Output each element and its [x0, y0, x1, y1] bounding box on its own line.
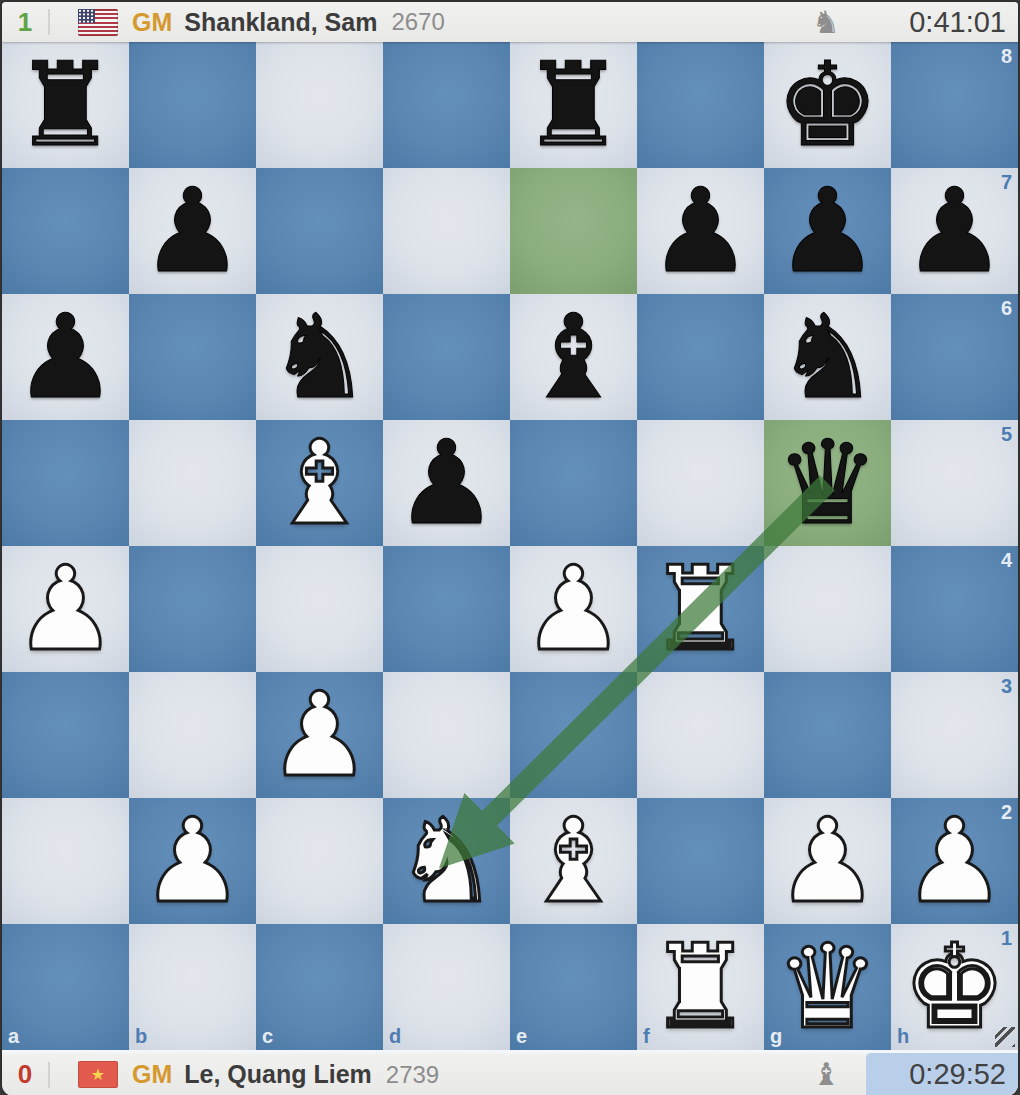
square-f4[interactable]: ♜: [637, 546, 764, 672]
bottom-player-title: GM: [132, 1060, 172, 1089]
square-h7[interactable]: 7♟: [891, 168, 1018, 294]
square-g3[interactable]: [764, 672, 891, 798]
square-g7[interactable]: ♟: [764, 168, 891, 294]
square-b4[interactable]: [129, 546, 256, 672]
square-c8[interactable]: [256, 42, 383, 168]
white-knight[interactable]: ♞: [383, 798, 510, 924]
bottom-player-clock: 0:29:52: [866, 1053, 1018, 1095]
square-g8[interactable]: ♚: [764, 42, 891, 168]
file-label-a: a: [8, 1026, 19, 1046]
black-king[interactable]: ♚: [764, 42, 891, 168]
separator: [48, 1062, 50, 1088]
square-h5[interactable]: 5: [891, 420, 1018, 546]
square-c4[interactable]: [256, 546, 383, 672]
black-pawn[interactable]: ♟: [383, 420, 510, 546]
chess-broadcast-widget: 1 GM Shankland, Sam 2670 ♞ 0:41:01 ♜♜♚8♟…: [2, 2, 1018, 1095]
white-pawn[interactable]: ♟: [891, 798, 1018, 924]
white-rook[interactable]: ♜: [637, 546, 764, 672]
square-e4[interactable]: ♟: [510, 546, 637, 672]
square-e2[interactable]: ♝: [510, 798, 637, 924]
square-e6[interactable]: ♝: [510, 294, 637, 420]
square-h6[interactable]: 6: [891, 294, 1018, 420]
file-label-e: e: [516, 1026, 527, 1046]
rank-label-3: 3: [1001, 676, 1012, 696]
black-pawn[interactable]: ♟: [129, 168, 256, 294]
white-bishop[interactable]: ♝: [256, 420, 383, 546]
square-b8[interactable]: [129, 42, 256, 168]
square-b3[interactable]: [129, 672, 256, 798]
black-pawn[interactable]: ♟: [2, 294, 129, 420]
rank-label-5: 5: [1001, 424, 1012, 444]
black-rook[interactable]: ♜: [510, 42, 637, 168]
chess-board[interactable]: ♜♜♚8♟♟♟7♟♟♞♝♞6♝♟♛5♟♟♜4♟3♟♞♝♟2♟abcdef♜g♛1…: [2, 42, 1018, 1050]
square-e8[interactable]: ♜: [510, 42, 637, 168]
square-a7[interactable]: [2, 168, 129, 294]
square-g1[interactable]: g♛: [764, 924, 891, 1050]
square-e7[interactable]: [510, 168, 637, 294]
black-bishop[interactable]: ♝: [510, 294, 637, 420]
top-player-bar: 1 GM Shankland, Sam 2670 ♞ 0:41:01: [2, 2, 1018, 42]
square-d5[interactable]: ♟: [383, 420, 510, 546]
square-g4[interactable]: [764, 546, 891, 672]
white-pawn[interactable]: ♟: [2, 546, 129, 672]
square-d4[interactable]: [383, 546, 510, 672]
square-f3[interactable]: [637, 672, 764, 798]
square-h4[interactable]: 4: [891, 546, 1018, 672]
black-pawn[interactable]: ♟: [764, 168, 891, 294]
black-knight[interactable]: ♞: [764, 294, 891, 420]
black-rook[interactable]: ♜: [2, 42, 129, 168]
black-pawn[interactable]: ♟: [637, 168, 764, 294]
square-f5[interactable]: [637, 420, 764, 546]
square-f1[interactable]: f♜: [637, 924, 764, 1050]
square-a4[interactable]: ♟: [2, 546, 129, 672]
square-b2[interactable]: ♟: [129, 798, 256, 924]
knight-icon: ♞: [812, 7, 840, 38]
square-c3[interactable]: ♟: [256, 672, 383, 798]
file-label-c: c: [262, 1026, 273, 1046]
square-a6[interactable]: ♟: [2, 294, 129, 420]
rank-label-4: 4: [1001, 550, 1012, 570]
separator: [48, 9, 50, 35]
square-b6[interactable]: [129, 294, 256, 420]
top-player-title: GM: [132, 8, 172, 37]
white-pawn[interactable]: ♟: [510, 546, 637, 672]
square-a3[interactable]: [2, 672, 129, 798]
square-e1[interactable]: e: [510, 924, 637, 1050]
file-label-b: b: [135, 1026, 147, 1046]
square-e3[interactable]: [510, 672, 637, 798]
square-a8[interactable]: ♜: [2, 42, 129, 168]
top-player-clock: 0:41:01: [866, 2, 1018, 42]
square-a5[interactable]: [2, 420, 129, 546]
white-pawn[interactable]: ♟: [256, 672, 383, 798]
square-f8[interactable]: [637, 42, 764, 168]
square-f2[interactable]: [637, 798, 764, 924]
square-d8[interactable]: [383, 42, 510, 168]
top-player-score: 1: [2, 7, 48, 38]
white-bishop[interactable]: ♝: [510, 798, 637, 924]
vietnam-flag-icon: [78, 1061, 118, 1088]
square-c2[interactable]: [256, 798, 383, 924]
square-b1[interactable]: b: [129, 924, 256, 1050]
square-b7[interactable]: ♟: [129, 168, 256, 294]
black-pawn[interactable]: ♟: [891, 168, 1018, 294]
square-d1[interactable]: d: [383, 924, 510, 1050]
square-d2[interactable]: ♞: [383, 798, 510, 924]
square-a2[interactable]: [2, 798, 129, 924]
square-g6[interactable]: ♞: [764, 294, 891, 420]
rank-label-6: 6: [1001, 298, 1012, 318]
resize-handle-icon[interactable]: [995, 1027, 1015, 1047]
square-c6[interactable]: ♞: [256, 294, 383, 420]
square-g2[interactable]: ♟: [764, 798, 891, 924]
square-d7[interactable]: [383, 168, 510, 294]
square-b5[interactable]: [129, 420, 256, 546]
square-h8[interactable]: 8: [891, 42, 1018, 168]
white-pawn[interactable]: ♟: [764, 798, 891, 924]
bottom-player-score: 0: [2, 1059, 48, 1090]
file-label-d: d: [389, 1026, 401, 1046]
square-f7[interactable]: ♟: [637, 168, 764, 294]
square-c5[interactable]: ♝: [256, 420, 383, 546]
black-queen[interactable]: ♛: [764, 420, 891, 546]
bottom-player-rating: 2739: [386, 1061, 439, 1089]
white-queen[interactable]: ♛: [764, 924, 891, 1050]
bottom-player-bar: 0 GM Le, Quang Liem 2739 ♝ 0:29:52: [2, 1050, 1018, 1095]
square-h3[interactable]: 3: [891, 672, 1018, 798]
square-f6[interactable]: [637, 294, 764, 420]
top-player-name: Shankland, Sam: [184, 8, 377, 37]
square-g5[interactable]: ♛: [764, 420, 891, 546]
square-h2[interactable]: 2♟: [891, 798, 1018, 924]
flag-canton: [78, 9, 95, 24]
white-pawn[interactable]: ♟: [129, 798, 256, 924]
rank-label-8: 8: [1001, 46, 1012, 66]
square-c1[interactable]: c: [256, 924, 383, 1050]
square-e5[interactable]: [510, 420, 637, 546]
black-knight[interactable]: ♞: [256, 294, 383, 420]
us-flag-icon: [78, 9, 118, 36]
square-d3[interactable]: [383, 672, 510, 798]
bottom-player-name: Le, Quang Liem: [184, 1060, 372, 1089]
square-a1[interactable]: a: [2, 924, 129, 1050]
square-c7[interactable]: [256, 168, 383, 294]
top-player-rating: 2670: [391, 8, 444, 36]
square-d6[interactable]: [383, 294, 510, 420]
bishop-icon: ♝: [812, 1059, 840, 1090]
white-rook[interactable]: ♜: [637, 924, 764, 1050]
